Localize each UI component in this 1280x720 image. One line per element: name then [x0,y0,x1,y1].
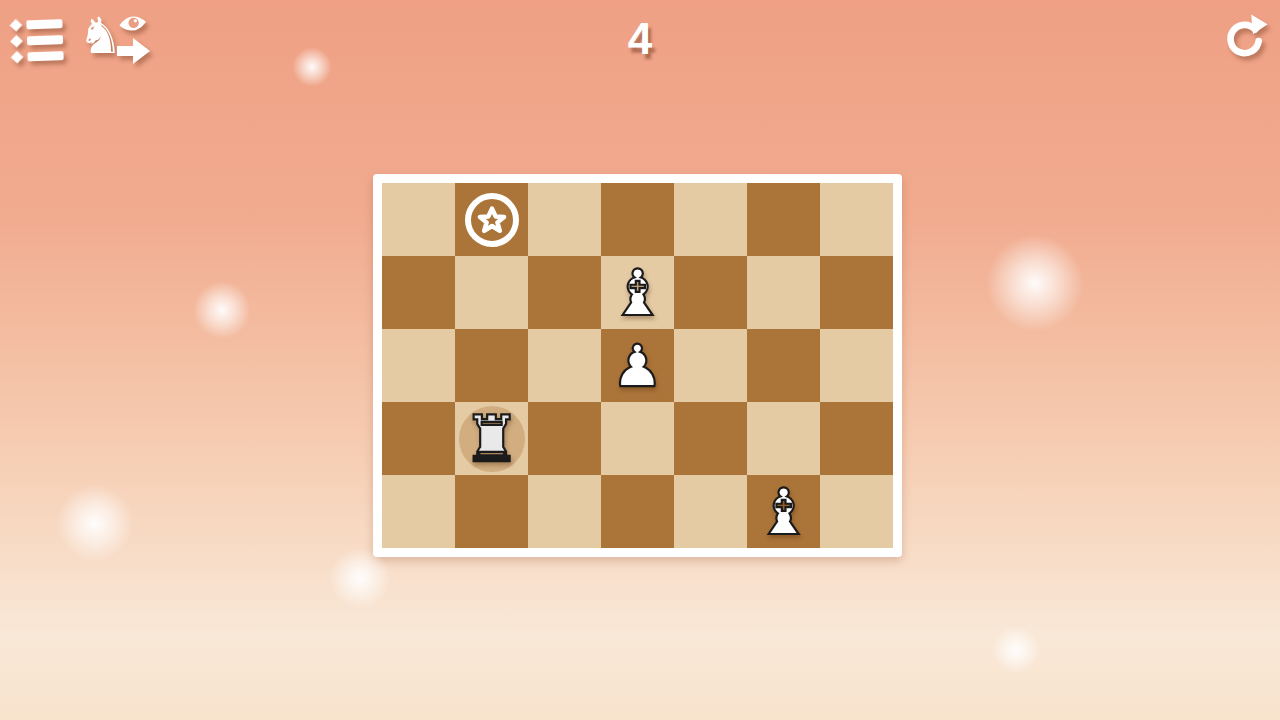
square-g2[interactable] [820,402,893,475]
white-pawn[interactable]: ♟ [601,329,674,402]
square-a3[interactable] [382,329,455,402]
restart-circular-arrow-icon [1222,47,1268,64]
restart-button[interactable] [1222,13,1268,61]
square-b1[interactable] [455,475,528,548]
square-g1[interactable] [820,475,893,548]
white-rook[interactable]: ♜ [455,402,528,475]
square-b4[interactable] [455,256,528,329]
square-g3[interactable] [820,329,893,402]
square-e1[interactable] [674,475,747,548]
square-d3[interactable]: ♟ [601,329,674,402]
chess-board-frame: ♝♟♜♝ [373,174,902,557]
square-f5[interactable] [747,183,820,256]
glow-particle [193,281,251,339]
square-d5[interactable] [601,183,674,256]
square-c2[interactable] [528,402,601,475]
square-d2[interactable] [601,402,674,475]
square-d4[interactable]: ♝ [601,256,674,329]
glow-particle [56,484,134,562]
square-b2[interactable]: ♜ [455,402,528,475]
square-a2[interactable] [382,402,455,475]
target-star-marker [465,193,519,247]
square-g4[interactable] [820,256,893,329]
square-f1[interactable]: ♝ [747,475,820,548]
square-d1[interactable] [601,475,674,548]
square-c4[interactable] [528,256,601,329]
white-bishop[interactable]: ♝ [747,475,820,548]
white-bishop[interactable]: ♝ [601,256,674,329]
square-f2[interactable] [747,402,820,475]
glow-particle [992,626,1040,674]
square-e2[interactable] [674,402,747,475]
square-f3[interactable] [747,329,820,402]
square-c3[interactable] [528,329,601,402]
square-c5[interactable] [528,183,601,256]
square-a1[interactable] [382,475,455,548]
square-a5[interactable] [382,183,455,256]
square-b3[interactable] [455,329,528,402]
square-g5[interactable] [820,183,893,256]
square-e5[interactable] [674,183,747,256]
board: ♝♟♜♝ [382,183,893,548]
square-b5[interactable] [455,183,528,256]
square-a4[interactable] [382,256,455,329]
square-f4[interactable] [747,256,820,329]
glow-particle [986,234,1084,332]
square-e3[interactable] [674,329,747,402]
move-counter: 4 [0,14,1280,64]
square-c1[interactable] [528,475,601,548]
square-e4[interactable] [674,256,747,329]
